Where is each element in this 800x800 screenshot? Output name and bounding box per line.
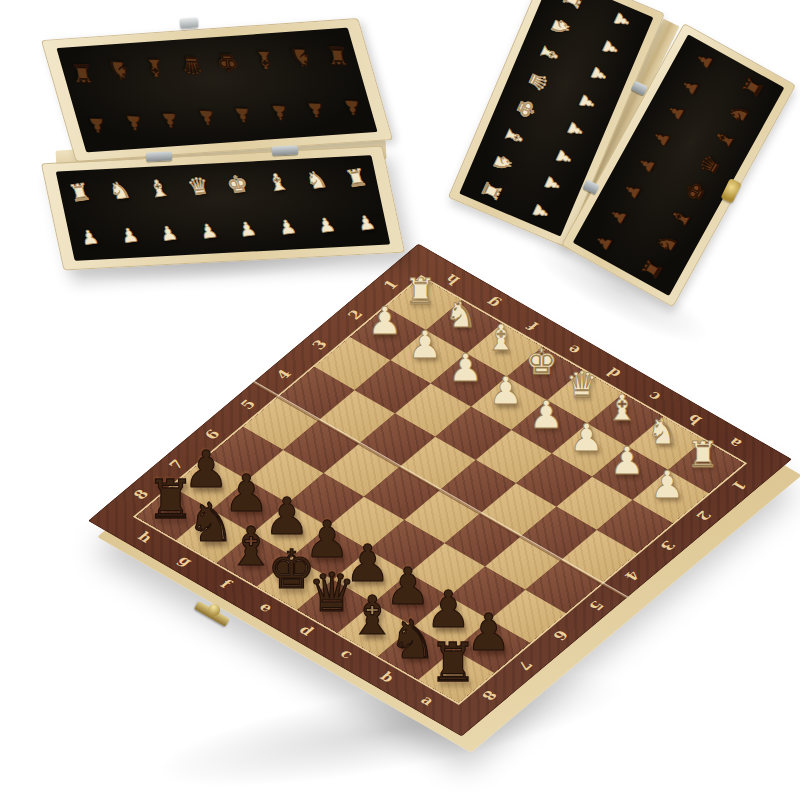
piece-white-pawn-e2[interactable]: ♟: [489, 372, 523, 410]
stored-piece-white-knight: ♞: [488, 150, 516, 177]
stored-piece-dark-bishop: ♝: [251, 47, 278, 73]
stored-piece-dark-rook: ♜: [69, 60, 96, 86]
stored-piece-dark-pawn: ♟: [268, 102, 290, 123]
stored-piece-dark-knight: ♞: [652, 229, 681, 257]
stored-piece-dark-rook: ♜: [324, 42, 351, 68]
hinge-icon: [146, 151, 172, 161]
box-base-felt: ♜♞♝♛♚♝♞♜ ♟♟♟♟♟♟♟♟: [56, 155, 391, 261]
stored-piece-white-pawn: ♟: [118, 225, 140, 246]
stored-piece-white-pawn: ♟: [611, 9, 634, 31]
hinge-icon: [272, 145, 298, 155]
stored-piece-white-pawn: ♟: [315, 215, 337, 236]
box-clasp-icon: [180, 17, 199, 28]
piece-white-pawn-d2[interactable]: ♟: [529, 395, 563, 433]
piece-white-pawn-c2[interactable]: ♟: [570, 419, 604, 457]
stored-piece-white-pawn: ♟: [276, 217, 298, 238]
stored-piece-dark-pawn: ♟: [232, 104, 254, 125]
stored-piece-white-pawn: ♟: [553, 146, 576, 168]
stored-piece-white-pawn: ♟: [588, 64, 611, 86]
piece-white-pawn-g2[interactable]: ♟: [408, 325, 442, 363]
stored-piece-white-rook: ♜: [558, 0, 586, 13]
box-lid: ♜♞♝♛♚♝♞♜ ♟♟♟♟♟♟♟♟: [41, 18, 393, 162]
product-photo-stage: ♜♞♝♚♛♝♞♜♟♟♟♟♟♟♟♟♟♟♟♟♟♟♟♟♜♞♝♚♛♝♞♜ hhggffe…: [0, 0, 800, 800]
stored-piece-dark-pawn: ♟: [621, 179, 645, 202]
stored-piece-white-rook: ♜: [67, 180, 94, 205]
stored-piece-dark-rook: ♜: [638, 255, 667, 283]
stored-piece-white-knight: ♞: [106, 178, 133, 203]
stored-piece-dark-knight: ♞: [105, 57, 132, 83]
stored-piece-dark-pawn: ♟: [607, 205, 631, 228]
stored-piece-white-bishop: ♝: [534, 40, 562, 67]
stored-piece-white-pawn: ♟: [236, 219, 258, 240]
stored-piece-dark-queen: ♛: [178, 52, 205, 78]
stored-piece-white-knight: ♞: [303, 168, 330, 193]
stored-piece-white-pawn: ♟: [576, 91, 599, 113]
stored-piece-white-pawn: ♟: [564, 119, 587, 141]
stored-piece-dark-king: ♚: [214, 50, 241, 76]
stored-piece-dark-king: ♚: [681, 177, 710, 205]
stored-piece-dark-queen: ♛: [695, 151, 724, 179]
stored-piece-white-bishop: ♝: [146, 176, 173, 201]
stored-piece-white-pawn: ♟: [355, 213, 377, 234]
open-storage-box-front: ♜♞♝♛♚♝♞♜ ♟♟♟♟♟♟♟♟ ♜♞♝♛♚♝♞♜ ♟♟♟♟♟♟♟♟: [28, 6, 392, 264]
stored-piece-white-bishop: ♝: [499, 122, 527, 149]
stored-piece-dark-pawn: ♟: [664, 101, 688, 124]
stored-piece-white-pawn: ♟: [529, 201, 552, 223]
piece-white-pawn-f2[interactable]: ♟: [448, 349, 482, 387]
box-base: ♜♞♝♛♚♝♞♜ ♟♟♟♟♟♟♟♟: [41, 146, 405, 271]
stored-piece-white-pawn: ♟: [541, 174, 564, 196]
stored-piece-dark-pawn: ♟: [341, 97, 363, 118]
open-storage-box-angled: ♜♞♝♛♚♝♞♜ ♟♟♟♟♟♟♟♟ ♟♟♟♟♟♟♟♟ ♜♞♝♛♚♝♞♜: [444, 0, 790, 305]
stored-piece-dark-bishop: ♝: [141, 55, 168, 81]
stored-piece-white-pawn: ♟: [197, 221, 219, 242]
stored-piece-dark-pawn: ♟: [592, 231, 616, 254]
stored-piece-dark-rook: ♜: [739, 73, 768, 101]
stored-piece-dark-pawn: ♟: [650, 127, 674, 150]
stored-piece-dark-pawn: ♟: [123, 112, 145, 133]
piece-white-pawn-a2[interactable]: ♟: [650, 465, 684, 503]
stored-piece-white-rook: ♜: [476, 177, 504, 204]
stored-piece-dark-knight: ♞: [287, 45, 314, 71]
stored-piece-white-pawn: ♟: [79, 227, 101, 248]
stored-piece-dark-pawn: ♟: [195, 107, 217, 128]
stored-piece-dark-pawn: ♟: [305, 99, 327, 120]
stored-piece-white-rook: ♜: [343, 166, 370, 191]
stored-piece-dark-bishop: ♝: [666, 203, 695, 231]
stored-piece-white-king: ♚: [511, 95, 539, 122]
stored-piece-dark-pawn: ♟: [679, 75, 703, 98]
stored-piece-white-bishop: ♝: [264, 170, 291, 195]
stored-piece-dark-pawn: ♟: [86, 115, 108, 136]
stored-piece-white-pawn: ♟: [599, 37, 622, 59]
stored-piece-dark-knight: ♞: [724, 99, 753, 127]
stored-piece-dark-pawn: ♟: [159, 110, 181, 131]
stored-piece-white-queen: ♛: [523, 67, 551, 94]
stored-piece-dark-pawn: ♟: [635, 153, 659, 176]
stored-piece-white-knight: ♞: [546, 13, 574, 40]
piece-white-pawn-b2[interactable]: ♟: [610, 442, 644, 480]
board-face: ♜♞♝♚♛♝♞♜♟♟♟♟♟♟♟♟♟♟♟♟♟♟♟♟♜♞♝♚♛♝♞♜ hhggffe…: [88, 243, 792, 736]
box-lid-felt: ♜♞♝♛♚♝♞♜ ♟♟♟♟♟♟♟♟: [56, 28, 377, 153]
stored-piece-white-pawn: ♟: [157, 223, 179, 244]
stored-piece-white-king: ♚: [225, 172, 252, 197]
stored-piece-dark-bishop: ♝: [710, 125, 739, 153]
stored-piece-dark-pawn: ♟: [693, 49, 717, 72]
stored-piece-white-queen: ♛: [185, 174, 212, 199]
